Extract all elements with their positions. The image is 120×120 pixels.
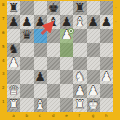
square-g5[interactable] <box>87 43 100 57</box>
white-bishop-c1[interactable]: ♝ <box>35 98 46 111</box>
square-e1[interactable] <box>60 98 73 112</box>
white-pawn-f2[interactable]: ♟ <box>74 84 85 97</box>
chess-board[interactable]: ♜♚♜♟♟♟♝♟♝♟♟♛♟♞♟♟♞♟♛♟♟♜♝♜♚ <box>7 1 113 112</box>
black-pawn-c3[interactable]: ♟ <box>35 71 46 84</box>
square-b3[interactable] <box>20 70 33 84</box>
white-king-g1[interactable]: ♚ <box>88 98 99 111</box>
square-g7[interactable]: ♟ <box>87 15 100 29</box>
square-a1[interactable]: ♜ <box>7 98 20 112</box>
square-d6[interactable] <box>47 29 60 43</box>
square-h1[interactable] <box>100 98 113 112</box>
square-d1[interactable] <box>47 98 60 112</box>
move-classification-badge <box>68 28 74 34</box>
square-d4[interactable] <box>47 57 60 71</box>
file-label-d: d <box>52 114 55 118</box>
black-pawn-b7[interactable]: ♟ <box>21 15 32 28</box>
square-g4[interactable] <box>87 57 100 71</box>
square-d7[interactable]: ♝ <box>47 15 60 29</box>
right-frame-mark-2: - <box>115 20 116 24</box>
file-label-b: b <box>25 114 28 118</box>
right-frame-mark-1: - <box>115 6 116 10</box>
black-queen-b6[interactable]: ♛ <box>21 29 32 42</box>
square-f6[interactable] <box>73 29 86 43</box>
square-f1[interactable]: ♜ <box>73 98 86 112</box>
black-rook-a8[interactable]: ♜ <box>8 1 19 14</box>
white-rook-a1[interactable]: ♜ <box>8 98 19 111</box>
black-knight-a5[interactable]: ♞ <box>8 43 19 56</box>
white-pawn-a4[interactable]: ♟ <box>8 57 19 70</box>
square-b6[interactable]: ♛ <box>20 29 33 43</box>
square-d3[interactable] <box>47 70 60 84</box>
square-d5[interactable] <box>47 43 60 57</box>
square-g1[interactable]: ♚ <box>87 98 100 112</box>
square-e4[interactable] <box>60 57 73 71</box>
white-bishop-f7[interactable]: ♝ <box>74 15 85 28</box>
black-pawn-h7[interactable]: ♟ <box>101 15 112 28</box>
square-b5[interactable] <box>20 43 33 57</box>
file-label-e: e <box>65 114 67 118</box>
square-b2[interactable] <box>20 84 33 98</box>
board-frame-right <box>113 0 120 120</box>
white-knight-f3[interactable]: ♞ <box>74 71 85 84</box>
square-e3[interactable] <box>60 70 73 84</box>
rank-label-1: 1 <box>2 100 5 104</box>
square-h5[interactable] <box>100 43 113 57</box>
square-e5[interactable] <box>60 43 73 57</box>
square-d2[interactable] <box>47 84 60 98</box>
rank-label-7: 7 <box>2 17 5 21</box>
black-rook-f8[interactable]: ♜ <box>74 1 85 14</box>
square-b1[interactable] <box>20 98 33 112</box>
white-rook-f1[interactable]: ♜ <box>74 98 85 111</box>
white-pawn-g2[interactable]: ♟ <box>88 84 99 97</box>
black-pawn-g7[interactable]: ♟ <box>88 15 99 28</box>
square-c3[interactable]: ♟ <box>34 70 47 84</box>
square-h2[interactable] <box>100 84 113 98</box>
black-king-d8[interactable]: ♚ <box>48 1 59 14</box>
square-c1[interactable]: ♝ <box>34 98 47 112</box>
square-c5[interactable] <box>34 43 47 57</box>
black-pawn-c7[interactable]: ♟ <box>35 15 46 28</box>
square-e2[interactable] <box>60 84 73 98</box>
black-pawn-e7[interactable]: ♟ <box>61 15 72 28</box>
square-b4[interactable] <box>20 57 33 71</box>
rank-label-3: 3 <box>2 72 5 76</box>
square-f7[interactable]: ♝ <box>73 15 86 29</box>
board-frame-bottom <box>0 112 120 120</box>
square-c6[interactable] <box>34 29 47 43</box>
white-queen-a2[interactable]: ♛ <box>8 84 19 97</box>
black-pawn-a7[interactable]: ♟ <box>8 15 19 28</box>
white-pawn-h3[interactable]: ♟ <box>101 71 112 84</box>
square-h7[interactable]: ♟ <box>100 15 113 29</box>
file-label-g: g <box>92 114 95 118</box>
rank-label-8: 8 <box>2 3 5 7</box>
square-f5[interactable] <box>73 43 86 57</box>
file-label-c: c <box>39 114 41 118</box>
square-c7[interactable]: ♟ <box>34 15 47 29</box>
chess-app-screenshot: ♜♚♜♟♟♟♝♟♝♟♟♛♟♞♟♟♞♟♛♟♟♜♝♜♚ 87654321abcdef… <box>0 0 120 120</box>
square-h6[interactable] <box>100 29 113 43</box>
file-label-f: f <box>78 114 79 118</box>
rank-label-4: 4 <box>2 59 5 63</box>
rank-label-6: 6 <box>2 31 5 35</box>
square-a4[interactable]: ♟ <box>7 57 20 71</box>
file-label-a: a <box>12 114 14 118</box>
black-bishop-d7[interactable]: ♝ <box>48 15 59 28</box>
square-g6[interactable] <box>87 29 100 43</box>
square-h3[interactable]: ♟ <box>100 70 113 84</box>
square-a7[interactable]: ♟ <box>7 15 20 29</box>
rank-label-5: 5 <box>2 45 5 49</box>
file-label-h: h <box>105 114 108 118</box>
rank-label-2: 2 <box>2 86 5 90</box>
